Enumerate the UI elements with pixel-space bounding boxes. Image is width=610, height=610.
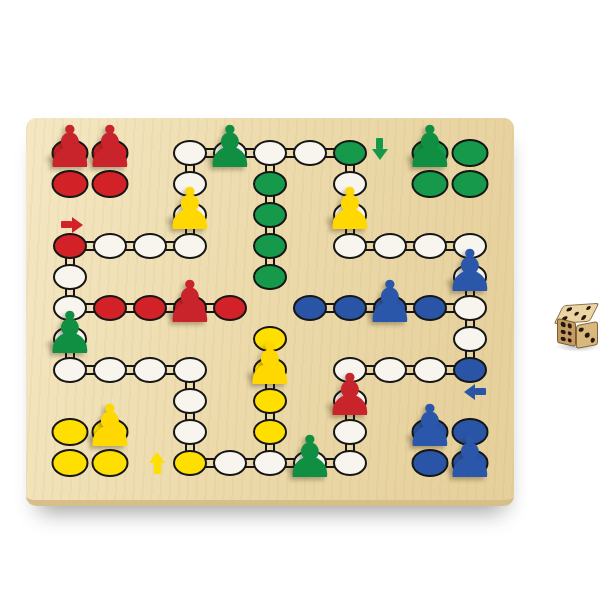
track-field [173, 140, 207, 166]
blue-home-column-field [293, 295, 327, 321]
green-pawn[interactable]: ♟ [284, 428, 336, 486]
wooden-die[interactable] [554, 301, 602, 351]
track-field [213, 450, 247, 476]
track-field [253, 140, 287, 166]
die-pip [585, 306, 592, 311]
red-home-column-field [213, 295, 247, 321]
red-pawn[interactable]: ♟ [84, 118, 136, 176]
blue-pawn[interactable]: ♟ [444, 428, 496, 486]
track-field [413, 233, 447, 259]
blue-start-arrow-icon [464, 384, 486, 400]
green-base-field [452, 139, 489, 167]
red-home-column-field [93, 295, 127, 321]
red-pawn[interactable]: ♟ [164, 273, 216, 331]
yellow-start-arrow-icon [149, 452, 165, 474]
blue-pawn[interactable]: ♟ [444, 242, 496, 300]
yellow-pawn[interactable]: ♟ [244, 335, 296, 393]
arrow-bar [61, 221, 72, 228]
die-pip [561, 329, 566, 335]
die-pip [573, 311, 580, 316]
green-home-column-field [253, 202, 287, 228]
blue-home-column-field [333, 295, 367, 321]
yellow-home-column-field [253, 419, 287, 445]
track-field [453, 326, 487, 352]
photo-background: { "game": "ludo", "board": { "grid": {"c… [0, 0, 610, 610]
die-pip [568, 338, 573, 344]
red-home-column-field [133, 295, 167, 321]
red-start-arrow-icon [61, 217, 83, 233]
die-pip [579, 327, 584, 332]
track-field [333, 450, 367, 476]
track-field [413, 357, 447, 383]
track-field [253, 450, 287, 476]
arrow-bar [475, 389, 486, 396]
yellow-pawn[interactable]: ♟ [164, 180, 216, 238]
die-face-right [576, 321, 598, 349]
track-field [173, 357, 207, 383]
track-field [373, 233, 407, 259]
green-start-field [333, 140, 367, 166]
green-home-column-field [253, 233, 287, 259]
green-base-field [452, 170, 489, 198]
green-pawn[interactable]: ♟ [204, 118, 256, 176]
track-field [173, 419, 207, 445]
green-pawn[interactable]: ♟ [404, 118, 456, 176]
green-start-arrow-icon [372, 138, 388, 160]
red-pawn[interactable]: ♟ [324, 366, 376, 424]
yellow-pawn[interactable]: ♟ [324, 180, 376, 238]
die-face-left [557, 318, 576, 347]
yellow-start-field [173, 450, 207, 476]
track-field [293, 140, 327, 166]
track-field [133, 233, 167, 259]
track-field [93, 357, 127, 383]
blue-start-field [453, 357, 487, 383]
arrow-bar [377, 138, 384, 149]
arrow-bar [154, 463, 161, 474]
die-pip [566, 307, 573, 312]
yellow-base-field [52, 418, 89, 446]
track-field [53, 264, 87, 290]
die-pip [590, 337, 595, 342]
arrow-head [149, 452, 165, 463]
blue-pawn[interactable]: ♟ [364, 273, 416, 331]
yellow-pawn[interactable]: ♟ [84, 397, 136, 455]
track-field [133, 357, 167, 383]
track-field [373, 357, 407, 383]
die-pip [561, 322, 566, 328]
die-pip [585, 332, 590, 337]
green-home-column-field [253, 171, 287, 197]
die-pip [580, 315, 587, 320]
arrow-head [72, 217, 83, 233]
track-field [173, 388, 207, 414]
blue-home-column-field [413, 295, 447, 321]
arrow-head [464, 384, 475, 400]
arrow-head [372, 149, 388, 160]
green-pawn[interactable]: ♟ [44, 304, 96, 362]
yellow-base-field [52, 449, 89, 477]
ludo-board: ♟♟♟♟♟♟♟♟♟♟♟♟♟♟♟♟ [26, 118, 514, 506]
die-pip [568, 330, 573, 336]
green-home-column-field [253, 264, 287, 290]
track-field [93, 233, 127, 259]
die-pip [568, 323, 573, 329]
red-start-field [53, 233, 87, 259]
die-pip [561, 336, 566, 342]
